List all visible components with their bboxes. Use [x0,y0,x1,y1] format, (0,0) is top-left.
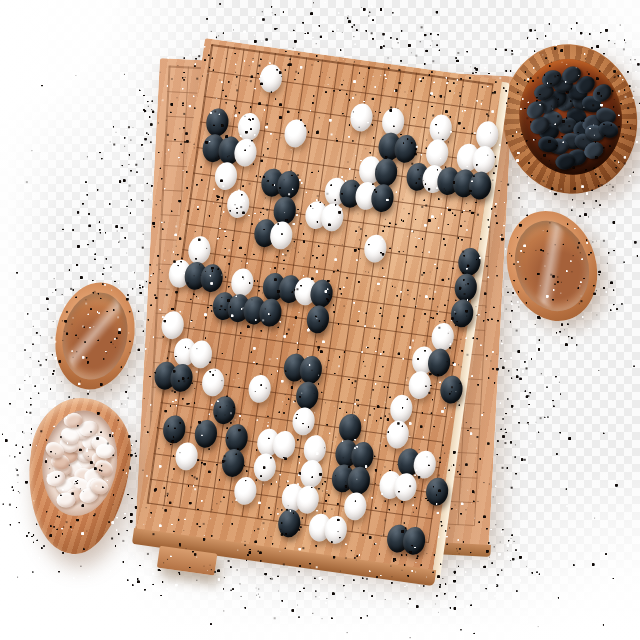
black-stone [220,448,246,479]
white-stone [362,234,388,265]
white-stone [283,118,309,149]
black-stone [337,412,363,443]
white-stone [302,433,328,464]
bowl-lid-left [46,275,145,397]
white-stone-in-bowl [95,443,114,458]
black-stone [193,418,219,449]
black-stone [212,395,238,426]
white-stone [213,161,239,192]
white-stone [427,113,453,144]
white-stone [299,459,325,490]
white-stone [230,267,256,298]
white-stone [236,112,262,143]
white-stone [384,419,410,450]
black-stone [161,414,187,445]
white-stone [186,235,212,266]
white-stone [225,188,251,219]
scene [0,0,640,640]
white-stone [424,138,450,169]
white-stone [200,367,226,398]
white-stone [380,106,406,137]
bowl-of-black-stones [491,34,640,205]
black-stone [305,304,331,335]
white-stone [252,452,278,483]
black-stone [294,380,320,411]
white-stone [349,102,375,133]
white-stone [259,63,285,94]
white-stone [407,370,433,401]
white-stone-in-bowl [57,492,76,508]
bowl-lid-right [493,199,611,333]
go-board-grid [147,44,494,543]
white-stones-pile [36,405,124,520]
white-stone [247,374,273,405]
white-stone [173,441,199,472]
white-stone [290,406,316,437]
white-stone [342,491,368,522]
white-stone [232,476,258,507]
black-stone [272,195,298,226]
white-stone [430,321,456,352]
black-stone [204,107,230,138]
black-stone [224,422,250,453]
white-stone [388,393,414,424]
black-stone [276,508,302,539]
bowl-of-white-stones [18,392,139,560]
black-stones-pile [510,51,631,183]
